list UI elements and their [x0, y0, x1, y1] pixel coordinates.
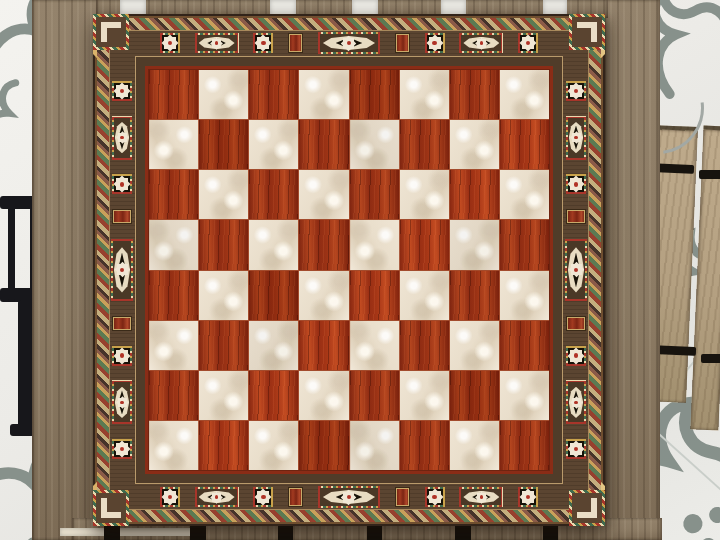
- square-c3[interactable]: [249, 321, 298, 370]
- square-d3[interactable]: [299, 321, 348, 370]
- mosaic-eye-panel: [195, 487, 239, 507]
- mosaic-star-panel: [112, 81, 132, 101]
- square-a7[interactable]: [149, 120, 198, 169]
- mosaic-star-panel: [425, 33, 445, 53]
- chess-board[interactable]: [93, 14, 605, 526]
- square-a2[interactable]: [149, 371, 198, 420]
- mosaic-wood-panel: [395, 33, 410, 53]
- mosaic-eye-panel: [566, 116, 586, 160]
- eight-point-star-inlay: [116, 443, 128, 455]
- mosaic-eye-panel: [565, 239, 587, 301]
- eight-point-star-inlay: [343, 492, 354, 503]
- board-grid: [148, 69, 550, 471]
- square-e1[interactable]: [350, 421, 399, 470]
- square-d5[interactable]: [299, 220, 348, 269]
- mosaic-star-panel: [566, 439, 586, 459]
- square-h6[interactable]: [500, 170, 549, 219]
- square-f4[interactable]: [400, 271, 449, 320]
- mosaic-strip-left: [109, 66, 135, 474]
- mosaic-wood-panel: [112, 316, 132, 331]
- eight-point-star-inlay: [429, 491, 441, 503]
- square-f7[interactable]: [400, 120, 449, 169]
- square-e8[interactable]: [350, 70, 399, 119]
- square-h4[interactable]: [500, 271, 549, 320]
- mosaic-eye-panel: [111, 239, 133, 301]
- chair-spindle: [8, 196, 15, 302]
- mosaic-star-panel: [253, 33, 273, 53]
- square-a5[interactable]: [149, 220, 198, 269]
- mosaic-star-panel: [112, 174, 132, 194]
- square-a3[interactable]: [149, 321, 198, 370]
- square-a8[interactable]: [149, 70, 198, 119]
- square-b8[interactable]: [199, 70, 248, 119]
- mosaic-eye-panel: [459, 487, 503, 507]
- table-slat-left: [32, 0, 100, 540]
- square-h8[interactable]: [500, 70, 549, 119]
- slat-hinge: [699, 170, 720, 179]
- square-d1[interactable]: [299, 421, 348, 470]
- eight-point-star-inlay: [570, 350, 582, 362]
- eight-point-star-inlay: [116, 350, 128, 362]
- slat-hinge: [701, 354, 720, 363]
- mosaic-star-panel: [112, 439, 132, 459]
- square-d2[interactable]: [299, 371, 348, 420]
- square-g5[interactable]: [450, 220, 499, 269]
- square-f2[interactable]: [400, 371, 449, 420]
- eight-point-star-inlay: [212, 39, 221, 48]
- square-e6[interactable]: [350, 170, 399, 219]
- eight-point-star-inlay: [477, 493, 486, 502]
- square-a1[interactable]: [149, 421, 198, 470]
- mosaic-eye-panel: [195, 33, 239, 53]
- square-a6[interactable]: [149, 170, 198, 219]
- mosaic-star-panel: [112, 346, 132, 366]
- square-g7[interactable]: [450, 120, 499, 169]
- square-h5[interactable]: [500, 220, 549, 269]
- photo-scene: [0, 0, 720, 540]
- eight-point-star-inlay: [257, 37, 269, 49]
- square-c8[interactable]: [249, 70, 298, 119]
- eight-point-star-inlay: [116, 178, 128, 190]
- corner-inlay: [93, 490, 129, 526]
- eight-point-star-inlay: [522, 491, 534, 503]
- mosaic-eye-panel: [566, 380, 586, 424]
- square-f5[interactable]: [400, 220, 449, 269]
- square-b7[interactable]: [199, 120, 248, 169]
- mosaic-wood-panel: [112, 209, 132, 224]
- mosaic-wood-panel: [566, 209, 586, 224]
- eight-point-star-inlay: [477, 39, 486, 48]
- eight-point-star-inlay: [572, 398, 581, 407]
- square-e5[interactable]: [350, 220, 399, 269]
- eight-point-star-inlay: [164, 37, 176, 49]
- mosaic-star-panel: [518, 33, 538, 53]
- eight-point-star-inlay: [257, 491, 269, 503]
- eight-point-star-inlay: [570, 85, 582, 97]
- mosaic-star-panel: [566, 346, 586, 366]
- square-d8[interactable]: [299, 70, 348, 119]
- eight-point-star-inlay: [572, 133, 581, 142]
- square-b1[interactable]: [199, 421, 248, 470]
- mosaic-strip-top: [145, 30, 553, 56]
- square-d7[interactable]: [299, 120, 348, 169]
- square-c6[interactable]: [249, 170, 298, 219]
- square-f8[interactable]: [400, 70, 449, 119]
- mosaic-star-panel: [160, 33, 180, 53]
- eight-point-star-inlay: [164, 491, 176, 503]
- mosaic-wood-panel: [288, 33, 303, 53]
- eight-point-star-inlay: [570, 443, 582, 455]
- eight-point-star-inlay: [429, 37, 441, 49]
- corner-inlay: [569, 490, 605, 526]
- mosaic-star-panel: [566, 81, 586, 101]
- square-g1[interactable]: [450, 421, 499, 470]
- square-g8[interactable]: [450, 70, 499, 119]
- eight-point-star-inlay: [118, 133, 127, 142]
- square-e3[interactable]: [350, 321, 399, 370]
- corner-inlay: [569, 14, 605, 50]
- square-c1[interactable]: [249, 421, 298, 470]
- square-e7[interactable]: [350, 120, 399, 169]
- eight-point-star-inlay: [118, 398, 127, 407]
- eight-point-star-inlay: [571, 264, 582, 275]
- mosaic-eye-panel: [318, 32, 380, 54]
- mosaic-star-panel: [518, 487, 538, 507]
- square-f1[interactable]: [400, 421, 449, 470]
- mosaic-wood-panel: [566, 316, 586, 331]
- mosaic-strip-right: [563, 66, 589, 474]
- square-e2[interactable]: [350, 371, 399, 420]
- mosaic-eye-panel: [112, 116, 132, 160]
- square-c4[interactable]: [249, 271, 298, 320]
- square-h3[interactable]: [500, 321, 549, 370]
- eight-point-star-inlay: [117, 264, 128, 275]
- square-f6[interactable]: [400, 170, 449, 219]
- square-g4[interactable]: [450, 271, 499, 320]
- mosaic-wood-panel: [395, 487, 410, 507]
- mosaic-star-panel: [253, 487, 273, 507]
- mosaic-eye-panel: [112, 380, 132, 424]
- mosaic-eye-panel: [318, 486, 380, 508]
- square-h2[interactable]: [500, 371, 549, 420]
- square-g3[interactable]: [450, 321, 499, 370]
- square-a4[interactable]: [149, 271, 198, 320]
- square-c7[interactable]: [249, 120, 298, 169]
- floor-light-gap: [60, 528, 200, 536]
- square-d6[interactable]: [299, 170, 348, 219]
- square-g2[interactable]: [450, 371, 499, 420]
- mosaic-star-panel: [566, 174, 586, 194]
- square-e4[interactable]: [350, 271, 399, 320]
- eight-point-star-inlay: [570, 178, 582, 190]
- mosaic-eye-panel: [459, 33, 503, 53]
- square-b2[interactable]: [199, 371, 248, 420]
- square-f3[interactable]: [400, 321, 449, 370]
- square-b6[interactable]: [199, 170, 248, 219]
- square-b5[interactable]: [199, 220, 248, 269]
- eight-point-star-inlay: [116, 85, 128, 97]
- square-b3[interactable]: [199, 321, 248, 370]
- square-g6[interactable]: [450, 170, 499, 219]
- square-h1[interactable]: [500, 421, 549, 470]
- square-c5[interactable]: [249, 220, 298, 269]
- mosaic-wood-panel: [288, 487, 303, 507]
- square-h7[interactable]: [500, 120, 549, 169]
- eight-point-star-inlay: [212, 493, 221, 502]
- square-d4[interactable]: [299, 271, 348, 320]
- mosaic-strip-bottom: [145, 484, 553, 510]
- square-b4[interactable]: [199, 271, 248, 320]
- square-c2[interactable]: [249, 371, 298, 420]
- table-slat-right: [604, 0, 660, 540]
- eight-point-star-inlay: [343, 38, 354, 49]
- mosaic-star-panel: [425, 487, 445, 507]
- corner-inlay: [93, 14, 129, 50]
- mosaic-star-panel: [160, 487, 180, 507]
- eight-point-star-inlay: [522, 37, 534, 49]
